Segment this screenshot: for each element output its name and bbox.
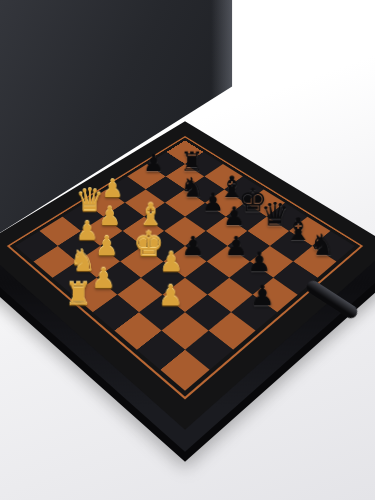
piece-white-pawn-d2[interactable]: ♟ [91,265,116,293]
piece-black-knight-h8[interactable]: ♞ [309,230,335,260]
piece-black-pawn-e5[interactable]: ♟ [181,233,205,259]
piece-black-pawn-g6[interactable]: ♟ [247,248,271,275]
piece-black-knight-c7[interactable]: ♞ [180,174,205,201]
chess-set-photo: ♜♝♚♛♝♞♟♞♟♟♟♟♟♝♟♟♛♟♚♟♟♟♟♞♟♜ [0,0,375,500]
piece-black-pawn-f6[interactable]: ♟ [224,233,248,259]
square-h8[interactable]: ♞ [312,231,354,262]
square-f3[interactable]: ♟ [162,278,207,312]
piece-black-pawn-a7[interactable]: ♟ [143,151,164,175]
piece-white-pawn-b4[interactable]: ♟ [98,203,121,228]
piece-black-pawn-e7[interactable]: ♟ [223,203,246,228]
piece-black-pawn-h5[interactable]: ♟ [250,282,275,310]
piece-white-pawn-c3[interactable]: ♟ [95,233,119,259]
piece-black-bishop-g8[interactable]: ♝ [284,214,312,245]
square-a1[interactable] [15,231,57,262]
piece-white-pawn-a5[interactable]: ♟ [102,176,124,200]
piece-white-pawn-e4[interactable]: ♟ [159,248,183,275]
piece-white-pawn-f3[interactable]: ♟ [158,282,183,310]
piece-white-rook-d1[interactable]: ♜ [64,279,92,310]
piece-black-pawn-d7[interactable]: ♟ [202,190,224,215]
